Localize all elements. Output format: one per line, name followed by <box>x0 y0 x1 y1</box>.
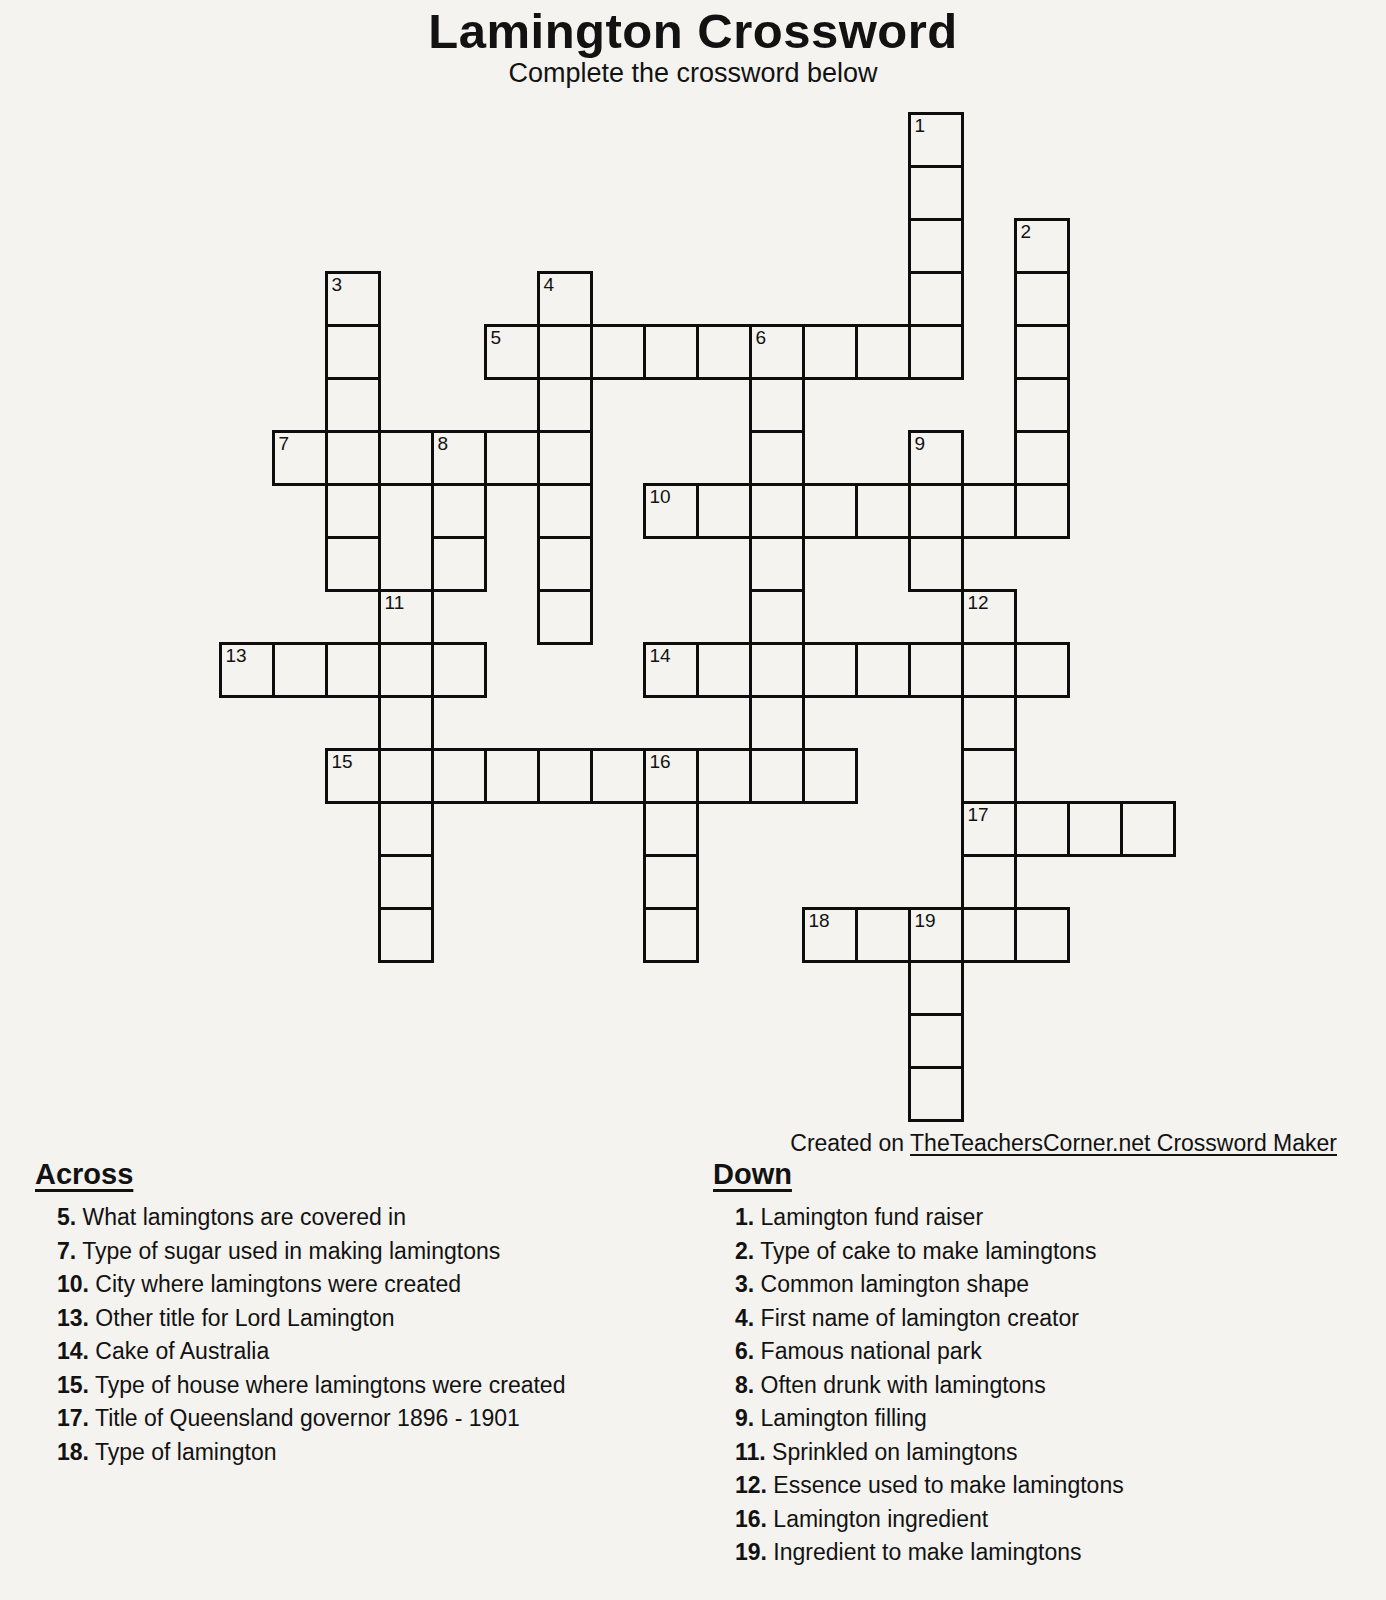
cell-number: 14 <box>650 646 671 666</box>
cell-10-8[interactable]: 14 <box>643 642 699 698</box>
cell-11-3[interactable] <box>378 695 434 751</box>
cell-8-6[interactable] <box>537 536 593 592</box>
clue-down-16: 16. Lamington ingredient <box>735 1503 1363 1537</box>
cell-5-10[interactable] <box>749 377 805 433</box>
cell-10-14[interactable] <box>961 642 1017 698</box>
cell-number: 1 <box>915 116 926 136</box>
cell-8-13[interactable] <box>908 536 964 592</box>
clue-down-11: 11. Sprinkled on lamingtons <box>735 1436 1363 1470</box>
clue-number: 19. <box>735 1539 767 1565</box>
cell-4-6[interactable] <box>537 324 593 380</box>
clue-number: 13. <box>57 1305 89 1331</box>
page-subtitle: Complete the crossword below <box>0 58 1386 89</box>
cell-number: 16 <box>650 752 671 772</box>
clue-number: 15. <box>57 1372 89 1398</box>
clue-number: 2. <box>735 1238 754 1264</box>
crossword-board: 12345678910111213141516171819 <box>220 113 1174 1120</box>
cell-13-3[interactable] <box>378 801 434 857</box>
clue-number: 4. <box>735 1305 754 1331</box>
clue-across-13: 13. Other title for Lord Lamington <box>57 1302 675 1336</box>
cell-number: 3 <box>332 275 343 295</box>
cell-4-7[interactable] <box>590 324 646 380</box>
cell-number: 13 <box>226 646 247 666</box>
cell-5-15[interactable] <box>1014 377 1070 433</box>
cell-11-10[interactable] <box>749 695 805 751</box>
clue-across-5: 5. What lamingtons are covered in <box>57 1201 675 1235</box>
clue-across-14: 14. Cake of Australia <box>57 1335 675 1369</box>
clue-down-19: 19. Ingredient to make lamingtons <box>735 1536 1363 1570</box>
cell-number: 18 <box>809 911 830 931</box>
cell-number: 17 <box>968 805 989 825</box>
cell-number: 19 <box>915 911 936 931</box>
cell-9-6[interactable] <box>537 589 593 645</box>
cell-6-5[interactable] <box>484 430 540 486</box>
clue-number: 6. <box>735 1338 754 1364</box>
cell-number: 11 <box>385 593 405 613</box>
clue-down-8: 8. Often drunk with lamingtons <box>735 1369 1363 1403</box>
cell-15-3[interactable] <box>378 907 434 963</box>
cell-5-6[interactable] <box>537 377 593 433</box>
down-clues-section: Down 1. Lamington fund raiser2. Type of … <box>713 1158 1363 1570</box>
clue-number: 5. <box>57 1204 76 1230</box>
credit-prefix: Created on <box>790 1130 910 1156</box>
cell-12-14[interactable] <box>961 748 1017 804</box>
cell-6-4[interactable]: 8 <box>431 430 487 486</box>
cell-4-2[interactable] <box>325 324 381 380</box>
cell-5-2[interactable] <box>325 377 381 433</box>
cell-number: 8 <box>438 434 449 454</box>
across-clue-list: 5. What lamingtons are covered in7. Type… <box>57 1201 675 1469</box>
credit-link[interactable]: TheTeachersCorner.net Crossword Maker <box>910 1130 1337 1156</box>
cell-15-15[interactable] <box>1014 907 1070 963</box>
cell-12-11[interactable] <box>802 748 858 804</box>
cell-0-13[interactable]: 1 <box>908 112 964 168</box>
clue-down-1: 1. Lamington fund raiser <box>735 1201 1363 1235</box>
cell-7-13[interactable] <box>908 483 964 539</box>
cell-12-6[interactable] <box>537 748 593 804</box>
cell-10-15[interactable] <box>1014 642 1070 698</box>
across-heading: Across <box>35 1158 675 1191</box>
cell-4-10[interactable]: 6 <box>749 324 805 380</box>
cell-12-8[interactable]: 16 <box>643 748 699 804</box>
cell-7-2[interactable] <box>325 483 381 539</box>
cell-12-10[interactable] <box>749 748 805 804</box>
clue-number: 17. <box>57 1405 89 1431</box>
cell-4-15[interactable] <box>1014 324 1070 380</box>
cell-10-13[interactable] <box>908 642 964 698</box>
cell-6-6[interactable] <box>537 430 593 486</box>
cell-6-13[interactable]: 9 <box>908 430 964 486</box>
credit-line: Created on TheTeachersCorner.net Crosswo… <box>0 1130 1337 1157</box>
clue-down-2: 2. Type of cake to make lamingtons <box>735 1235 1363 1269</box>
cell-4-12[interactable] <box>855 324 911 380</box>
cell-6-3[interactable] <box>378 430 434 486</box>
cell-12-3[interactable] <box>378 748 434 804</box>
cell-6-1[interactable]: 7 <box>272 430 328 486</box>
cell-15-14[interactable] <box>961 907 1017 963</box>
cell-4-11[interactable] <box>802 324 858 380</box>
clue-down-9: 9. Lamington filling <box>735 1402 1363 1436</box>
cell-7-15[interactable] <box>1014 483 1070 539</box>
cell-number: 4 <box>544 275 555 295</box>
cell-10-1[interactable] <box>272 642 328 698</box>
cell-12-2[interactable]: 15 <box>325 748 381 804</box>
clue-number: 3. <box>735 1271 754 1297</box>
cell-7-14[interactable] <box>961 483 1017 539</box>
cell-13-14[interactable]: 17 <box>961 801 1017 857</box>
cell-10-3[interactable] <box>378 642 434 698</box>
cell-number: 7 <box>279 434 290 454</box>
cell-10-0[interactable]: 13 <box>219 642 275 698</box>
cell-7-10[interactable] <box>749 483 805 539</box>
cell-14-8[interactable] <box>643 854 699 910</box>
cell-4-9[interactable] <box>696 324 752 380</box>
cell-15-12[interactable] <box>855 907 911 963</box>
cell-4-13[interactable] <box>908 324 964 380</box>
page-title: Lamington Crossword <box>0 3 1386 59</box>
clue-across-18: 18. Type of lamington <box>57 1436 675 1470</box>
cell-number: 2 <box>1021 222 1032 242</box>
cell-10-9[interactable] <box>696 642 752 698</box>
cell-15-11[interactable]: 18 <box>802 907 858 963</box>
cell-3-6[interactable]: 4 <box>537 271 593 327</box>
cell-7-6[interactable] <box>537 483 593 539</box>
cell-12-9[interactable] <box>696 748 752 804</box>
cell-4-5[interactable]: 5 <box>484 324 540 380</box>
clue-across-10: 10. City where lamingtons were created <box>57 1268 675 1302</box>
cell-9-14[interactable]: 12 <box>961 589 1017 645</box>
clue-number: 11. <box>735 1439 766 1465</box>
clue-number: 10. <box>57 1271 89 1297</box>
clue-down-3: 3. Common lamington shape <box>735 1268 1363 1302</box>
cell-12-4[interactable] <box>431 748 487 804</box>
cell-9-3[interactable]: 11 <box>378 589 434 645</box>
cell-13-17[interactable] <box>1120 801 1176 857</box>
down-heading: Down <box>713 1158 1363 1191</box>
clue-number: 18. <box>57 1439 89 1465</box>
cell-number: 5 <box>491 328 502 348</box>
cell-13-16[interactable] <box>1067 801 1123 857</box>
cell-10-4[interactable] <box>431 642 487 698</box>
cell-10-11[interactable] <box>802 642 858 698</box>
clue-across-15: 15. Type of house where lamingtons were … <box>57 1369 675 1403</box>
clue-down-12: 12. Essence used to make lamingtons <box>735 1469 1363 1503</box>
cell-number: 9 <box>915 434 926 454</box>
cell-12-5[interactable] <box>484 748 540 804</box>
clue-number: 12. <box>735 1472 767 1498</box>
cell-15-13[interactable]: 19 <box>908 907 964 963</box>
cell-number: 15 <box>332 752 353 772</box>
cell-2-15[interactable]: 2 <box>1014 218 1070 274</box>
cell-4-8[interactable] <box>643 324 699 380</box>
cell-18-13[interactable] <box>908 1066 964 1122</box>
cell-number: 12 <box>968 593 989 613</box>
cell-8-10[interactable] <box>749 536 805 592</box>
cell-14-3[interactable] <box>378 854 434 910</box>
cell-1-13[interactable] <box>908 165 964 221</box>
cell-10-2[interactable] <box>325 642 381 698</box>
down-clue-list: 1. Lamington fund raiser2. Type of cake … <box>735 1201 1363 1570</box>
cell-17-13[interactable] <box>908 1013 964 1069</box>
clue-across-17: 17. Title of Queensland governor 1896 - … <box>57 1402 675 1436</box>
clue-number: 7. <box>57 1238 76 1264</box>
cell-10-10[interactable] <box>749 642 805 698</box>
cell-2-13[interactable] <box>908 218 964 274</box>
cell-8-4[interactable] <box>431 536 487 592</box>
cell-3-13[interactable] <box>908 271 964 327</box>
cell-11-14[interactable] <box>961 695 1017 751</box>
cell-7-12[interactable] <box>855 483 911 539</box>
clue-number: 16. <box>735 1506 767 1532</box>
cell-7-9[interactable] <box>696 483 752 539</box>
cell-3-2[interactable]: 3 <box>325 271 381 327</box>
cell-13-8[interactable] <box>643 801 699 857</box>
cell-9-10[interactable] <box>749 589 805 645</box>
cell-12-7[interactable] <box>590 748 646 804</box>
cell-16-13[interactable] <box>908 960 964 1016</box>
cell-6-2[interactable] <box>325 430 381 486</box>
clue-number: 1. <box>735 1204 754 1230</box>
cell-number: 10 <box>650 487 671 507</box>
cell-7-4[interactable] <box>431 483 487 539</box>
clue-down-4: 4. First name of lamington creator <box>735 1302 1363 1336</box>
clue-number: 8. <box>735 1372 754 1398</box>
cell-10-12[interactable] <box>855 642 911 698</box>
clue-down-6: 6. Famous national park <box>735 1335 1363 1369</box>
cell-14-14[interactable] <box>961 854 1017 910</box>
clue-across-7: 7. Type of sugar used in making lamingto… <box>57 1235 675 1269</box>
cell-8-2[interactable] <box>325 536 381 592</box>
clue-number: 9. <box>735 1405 754 1431</box>
cell-number: 6 <box>756 328 767 348</box>
cell-6-15[interactable] <box>1014 430 1070 486</box>
across-clues-section: Across 5. What lamingtons are covered in… <box>35 1158 675 1469</box>
cell-13-15[interactable] <box>1014 801 1070 857</box>
cell-7-8[interactable]: 10 <box>643 483 699 539</box>
cell-6-10[interactable] <box>749 430 805 486</box>
cell-15-8[interactable] <box>643 907 699 963</box>
clue-number: 14. <box>57 1338 89 1364</box>
cell-3-15[interactable] <box>1014 271 1070 327</box>
cell-7-11[interactable] <box>802 483 858 539</box>
